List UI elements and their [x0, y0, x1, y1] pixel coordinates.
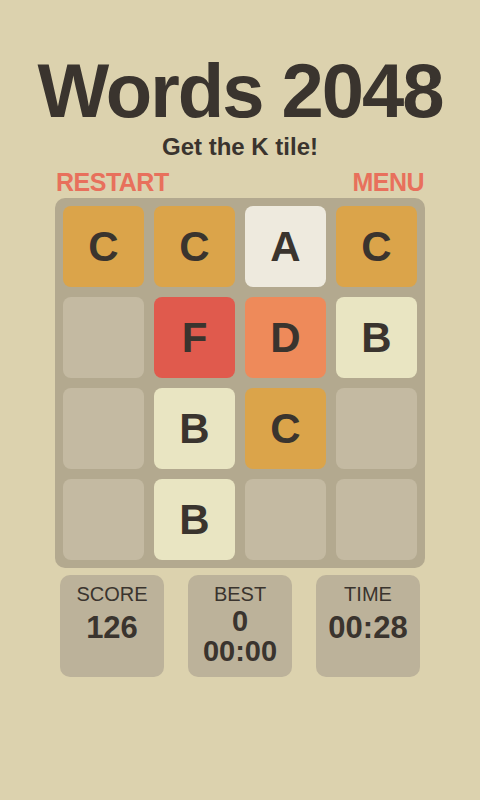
scoreboard: SCORE 126 BEST 0 00:00 TIME 00:28: [0, 575, 480, 677]
tile-D: D: [245, 297, 326, 378]
score-panel: SCORE 126: [60, 575, 164, 677]
page-title: Words 2048: [0, 0, 480, 129]
score-label: SCORE: [76, 583, 147, 605]
board-cell-empty: [63, 297, 144, 378]
tile-B: B: [154, 479, 235, 560]
time-panel: TIME 00:28: [316, 575, 420, 677]
menu-button[interactable]: MENU: [352, 170, 424, 195]
board-cell-empty: [245, 479, 326, 560]
game-board[interactable]: CCACFDBBCB: [55, 198, 425, 568]
time-value: 00:28: [328, 612, 407, 644]
tile-F: F: [154, 297, 235, 378]
board-cell-empty: [63, 388, 144, 469]
board-cell-empty: [336, 479, 417, 560]
best-label: BEST: [214, 583, 266, 605]
tile-C: C: [336, 206, 417, 287]
time-label: TIME: [344, 583, 392, 605]
toolbar: RESTART MENU: [56, 159, 424, 195]
tile-B: B: [336, 297, 417, 378]
score-value: 126: [86, 612, 138, 644]
best-panel: BEST 0 00:00: [188, 575, 292, 677]
best-value: 0: [232, 606, 248, 636]
tile-C: C: [63, 206, 144, 287]
board-cell-empty: [63, 479, 144, 560]
best-time-value: 00:00: [203, 636, 277, 666]
tile-B: B: [154, 388, 235, 469]
tile-A: A: [245, 206, 326, 287]
restart-button[interactable]: RESTART: [56, 170, 169, 195]
tile-C: C: [245, 388, 326, 469]
tile-C: C: [154, 206, 235, 287]
page-subtitle: Get the K tile!: [0, 129, 480, 159]
board-cell-empty: [336, 388, 417, 469]
